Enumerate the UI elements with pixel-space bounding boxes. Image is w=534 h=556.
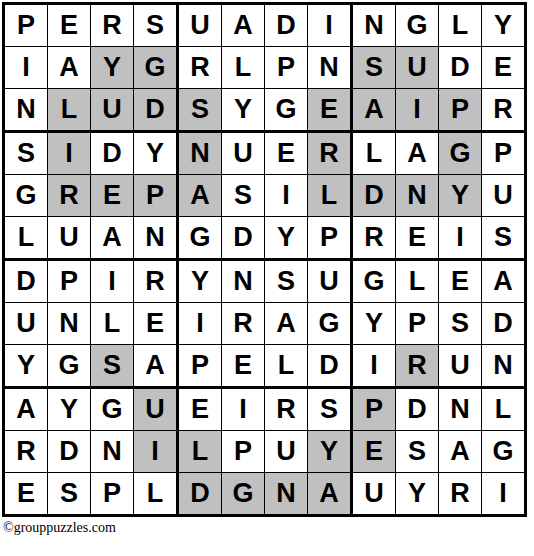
cell-r10c5: E (179, 389, 222, 431)
cell-r1c3: R (91, 5, 134, 47)
cell-r3c1: N (5, 89, 48, 133)
cell-r7c2: P (48, 261, 91, 303)
cell-r1c8: I (308, 5, 353, 47)
cell-r11c2: D (48, 431, 91, 473)
cell-r2c3: Y (91, 47, 134, 89)
cell-r11c10: S (396, 431, 439, 473)
cell-r3c10: I (396, 89, 439, 133)
cell-r12c8: A (308, 473, 353, 514)
cell-r3c7: G (265, 89, 308, 133)
cell-r12c4: L (134, 473, 179, 514)
cell-r8c10: P (396, 303, 439, 345)
page: PERSUADINGLYIAYGRLPNSUDENLUDSYGEAIPRSIDY… (0, 0, 534, 556)
cell-r9c1: Y (5, 345, 48, 389)
cell-r2c8: N (308, 47, 353, 89)
site-credit-link[interactable]: ©grouppuzzles.com (3, 520, 116, 536)
cell-r9c6: E (222, 345, 265, 389)
cell-r2c4: G (134, 47, 179, 89)
cell-r4c8: R (308, 133, 353, 175)
cell-r2c9: S (353, 47, 396, 89)
cell-r7c5: Y (179, 261, 222, 303)
cell-r10c1: A (5, 389, 48, 431)
cell-r6c11: I (439, 217, 482, 261)
cell-r2c7: P (265, 47, 308, 89)
cell-r9c11: U (439, 345, 482, 389)
cell-r10c3: G (91, 389, 134, 431)
cell-r8c9: Y (353, 303, 396, 345)
cell-r3c6: Y (222, 89, 265, 133)
cell-r7c1: D (5, 261, 48, 303)
cell-r2c12: E (482, 47, 524, 89)
cell-r7c9: G (353, 261, 396, 303)
cell-r11c7: U (265, 431, 308, 473)
cell-r7c7: S (265, 261, 308, 303)
cell-r12c7: N (265, 473, 308, 514)
cell-r12c10: Y (396, 473, 439, 514)
cell-r5c4: P (134, 175, 179, 217)
cell-r5c11: Y (439, 175, 482, 217)
cell-r5c3: E (91, 175, 134, 217)
cell-r3c8: E (308, 89, 353, 133)
cell-r12c12: I (482, 473, 524, 514)
cell-r4c6: U (222, 133, 265, 175)
cell-r9c5: P (179, 345, 222, 389)
cell-r5c10: N (396, 175, 439, 217)
cell-r10c2: Y (48, 389, 91, 431)
cell-r4c7: E (265, 133, 308, 175)
cell-r3c2: L (48, 89, 91, 133)
cell-r1c2: E (48, 5, 91, 47)
cell-r8c7: A (265, 303, 308, 345)
cell-r9c10: R (396, 345, 439, 389)
cell-r10c4: U (134, 389, 179, 431)
cell-r3c4: D (134, 89, 179, 133)
cell-r2c2: A (48, 47, 91, 89)
cell-r4c10: A (396, 133, 439, 175)
cell-r11c5: L (179, 431, 222, 473)
cell-r11c11: A (439, 431, 482, 473)
cell-r6c3: A (91, 217, 134, 261)
cell-r4c12: P (482, 133, 524, 175)
cell-r8c6: R (222, 303, 265, 345)
cell-r6c6: D (222, 217, 265, 261)
cell-r10c9: P (353, 389, 396, 431)
cell-r1c7: D (265, 5, 308, 47)
cell-r5c7: I (265, 175, 308, 217)
cell-r12c11: R (439, 473, 482, 514)
cell-r11c1: R (5, 431, 48, 473)
cell-r12c3: P (91, 473, 134, 514)
cell-r6c7: Y (265, 217, 308, 261)
cell-r10c7: R (265, 389, 308, 431)
cell-r3c9: A (353, 89, 396, 133)
cell-r5c9: D (353, 175, 396, 217)
cell-r3c11: P (439, 89, 482, 133)
cell-r7c6: N (222, 261, 265, 303)
cell-r1c10: G (396, 5, 439, 47)
cell-r4c3: D (91, 133, 134, 175)
cell-r11c9: E (353, 431, 396, 473)
cell-r4c9: L (353, 133, 396, 175)
cell-r1c1: P (5, 5, 48, 47)
cell-r5c6: S (222, 175, 265, 217)
cell-r9c7: L (265, 345, 308, 389)
cell-r11c4: I (134, 431, 179, 473)
cell-r1c5: U (179, 5, 222, 47)
cell-r12c9: U (353, 473, 396, 514)
cell-r6c9: R (353, 217, 396, 261)
cell-r9c2: G (48, 345, 91, 389)
cell-r6c8: P (308, 217, 353, 261)
cell-r9c3: S (91, 345, 134, 389)
cell-r4c5: N (179, 133, 222, 175)
cell-r6c4: N (134, 217, 179, 261)
cell-r6c10: E (396, 217, 439, 261)
cell-r1c4: S (134, 5, 179, 47)
cell-r10c12: L (482, 389, 524, 431)
cell-r3c5: S (179, 89, 222, 133)
cell-r10c8: S (308, 389, 353, 431)
cell-r8c1: U (5, 303, 48, 345)
cell-r3c3: U (91, 89, 134, 133)
cell-r9c4: A (134, 345, 179, 389)
cell-r7c10: L (396, 261, 439, 303)
cell-r8c12: D (482, 303, 524, 345)
cell-r2c5: R (179, 47, 222, 89)
cell-r10c11: N (439, 389, 482, 431)
sudoku-board: PERSUADINGLYIAYGRLPNSUDENLUDSYGEAIPRSIDY… (2, 2, 527, 517)
cell-r7c12: A (482, 261, 524, 303)
cell-r1c6: A (222, 5, 265, 47)
cell-r8c8: G (308, 303, 353, 345)
cell-r9c8: D (308, 345, 353, 389)
cell-r5c2: R (48, 175, 91, 217)
cell-r10c6: I (222, 389, 265, 431)
cell-r7c8: U (308, 261, 353, 303)
cell-r4c4: Y (134, 133, 179, 175)
cell-r2c6: L (222, 47, 265, 89)
cell-r2c11: D (439, 47, 482, 89)
cell-r1c11: L (439, 5, 482, 47)
cell-r7c11: E (439, 261, 482, 303)
cell-r8c5: I (179, 303, 222, 345)
cell-r12c5: D (179, 473, 222, 514)
cell-r11c12: G (482, 431, 524, 473)
cell-r5c8: L (308, 175, 353, 217)
cell-r4c11: G (439, 133, 482, 175)
cell-r6c5: G (179, 217, 222, 261)
cell-r7c4: R (134, 261, 179, 303)
cell-r8c3: L (91, 303, 134, 345)
cell-r8c11: S (439, 303, 482, 345)
cell-r2c1: I (5, 47, 48, 89)
cell-r7c3: I (91, 261, 134, 303)
cell-r4c2: I (48, 133, 91, 175)
cell-r9c9: I (353, 345, 396, 389)
cell-r8c2: N (48, 303, 91, 345)
cell-r11c8: Y (308, 431, 353, 473)
cell-r11c3: N (91, 431, 134, 473)
cell-r6c1: L (5, 217, 48, 261)
cell-r5c12: U (482, 175, 524, 217)
cell-r8c4: E (134, 303, 179, 345)
cell-r9c12: N (482, 345, 524, 389)
cell-r5c5: A (179, 175, 222, 217)
cell-r4c1: S (5, 133, 48, 175)
cell-r12c2: S (48, 473, 91, 514)
cell-r11c6: P (222, 431, 265, 473)
cell-r1c9: N (353, 5, 396, 47)
cell-r5c1: G (5, 175, 48, 217)
cell-r12c1: E (5, 473, 48, 514)
cell-r2c10: U (396, 47, 439, 89)
cell-r1c12: Y (482, 5, 524, 47)
cell-r6c12: S (482, 217, 524, 261)
cell-r3c12: R (482, 89, 524, 133)
cell-r6c2: U (48, 217, 91, 261)
cell-r12c6: G (222, 473, 265, 514)
cell-r10c10: D (396, 389, 439, 431)
